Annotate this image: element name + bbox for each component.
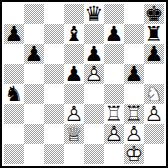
square-a1[interactable] [4, 144, 24, 164]
piece-white-king: ♔ [125, 144, 144, 164]
square-g7[interactable] [124, 24, 144, 44]
square-a7[interactable]: ♟ [4, 24, 24, 44]
square-f6[interactable] [104, 44, 124, 64]
square-d7[interactable]: ♝ [64, 24, 84, 44]
square-g1[interactable]: ♔ [124, 144, 144, 164]
square-d2[interactable]: ♕ [64, 124, 84, 144]
piece-white-knight: ♘ [145, 84, 164, 104]
chess-board-frame: ♛♚♟♝♟♜♟♟♟♟♙♟♞♘♙♖♖♙♕♙♙♔ [0, 0, 168, 168]
piece-black-pawn: ♟ [105, 24, 124, 44]
piece-white-pawn: ♙ [105, 124, 124, 144]
square-e8[interactable]: ♛ [84, 4, 104, 24]
square-e3[interactable] [84, 104, 104, 124]
piece-white-rook: ♖ [125, 104, 144, 124]
piece-black-pawn: ♟ [65, 64, 84, 84]
square-h5[interactable] [144, 64, 164, 84]
square-d8[interactable] [64, 4, 84, 24]
square-d3[interactable]: ♙ [64, 104, 84, 124]
square-h3[interactable]: ♙ [144, 104, 164, 124]
square-e2[interactable] [84, 124, 104, 144]
square-g3[interactable]: ♖ [124, 104, 144, 124]
square-e4[interactable] [84, 84, 104, 104]
square-b5[interactable] [24, 64, 44, 84]
square-a2[interactable] [4, 124, 24, 144]
square-a6[interactable] [4, 44, 24, 64]
square-h2[interactable] [144, 124, 164, 144]
square-e6[interactable]: ♟ [84, 44, 104, 64]
square-a3[interactable] [4, 104, 24, 124]
piece-white-pawn: ♙ [65, 104, 84, 124]
square-d4[interactable] [64, 84, 84, 104]
square-h4[interactable]: ♘ [144, 84, 164, 104]
square-b4[interactable] [24, 84, 44, 104]
square-f3[interactable]: ♖ [104, 104, 124, 124]
square-c8[interactable] [44, 4, 64, 24]
square-f8[interactable] [104, 4, 124, 24]
square-h6[interactable]: ♟ [144, 44, 164, 64]
square-c7[interactable] [44, 24, 64, 44]
square-f2[interactable]: ♙ [104, 124, 124, 144]
piece-black-pawn: ♟ [5, 24, 24, 44]
piece-black-queen: ♛ [85, 4, 104, 24]
piece-black-knight: ♞ [5, 84, 24, 104]
piece-black-bishop: ♝ [65, 24, 84, 44]
square-d1[interactable] [64, 144, 84, 164]
square-c3[interactable] [44, 104, 64, 124]
square-d6[interactable] [64, 44, 84, 64]
square-b7[interactable] [24, 24, 44, 44]
square-e5[interactable]: ♙ [84, 64, 104, 84]
square-g2[interactable]: ♙ [124, 124, 144, 144]
square-f1[interactable] [104, 144, 124, 164]
square-f4[interactable] [104, 84, 124, 104]
piece-white-queen: ♕ [65, 124, 84, 144]
square-h1[interactable] [144, 144, 164, 164]
chess-board: ♛♚♟♝♟♜♟♟♟♟♙♟♞♘♙♖♖♙♕♙♙♔ [4, 4, 164, 164]
square-h8[interactable]: ♚ [144, 4, 164, 24]
piece-white-rook: ♖ [105, 104, 124, 124]
square-b1[interactable] [24, 144, 44, 164]
square-g4[interactable] [124, 84, 144, 104]
piece-white-pawn: ♙ [125, 124, 144, 144]
piece-black-king: ♚ [145, 4, 164, 24]
square-c5[interactable] [44, 64, 64, 84]
square-a8[interactable] [4, 4, 24, 24]
square-c4[interactable] [44, 84, 64, 104]
square-b6[interactable]: ♟ [24, 44, 44, 64]
piece-black-pawn: ♟ [85, 44, 104, 64]
square-b2[interactable] [24, 124, 44, 144]
piece-white-pawn: ♙ [85, 64, 104, 84]
square-b3[interactable] [24, 104, 44, 124]
square-a5[interactable] [4, 64, 24, 84]
square-f7[interactable]: ♟ [104, 24, 124, 44]
square-d5[interactable]: ♟ [64, 64, 84, 84]
square-h7[interactable]: ♜ [144, 24, 164, 44]
square-c1[interactable] [44, 144, 64, 164]
square-e1[interactable] [84, 144, 104, 164]
square-g8[interactable] [124, 4, 144, 24]
square-c2[interactable] [44, 124, 64, 144]
square-a4[interactable]: ♞ [4, 84, 24, 104]
square-f5[interactable] [104, 64, 124, 84]
square-g5[interactable]: ♟ [124, 64, 144, 84]
piece-black-pawn: ♟ [145, 44, 164, 64]
piece-black-pawn: ♟ [25, 44, 44, 64]
square-b8[interactable] [24, 4, 44, 24]
square-c6[interactable] [44, 44, 64, 64]
piece-black-rook: ♜ [145, 24, 164, 44]
piece-black-pawn: ♟ [125, 64, 144, 84]
square-e7[interactable] [84, 24, 104, 44]
piece-white-pawn: ♙ [145, 104, 164, 124]
square-g6[interactable] [124, 44, 144, 64]
